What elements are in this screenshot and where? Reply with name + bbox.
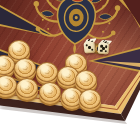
die-front-face [98, 43, 110, 55]
checker[interactable] [0, 75, 17, 95]
die-front-face [83, 41, 95, 53]
die[interactable] [98, 43, 110, 55]
board-photo [0, 0, 140, 140]
checker[interactable] [39, 82, 61, 102]
checker[interactable] [79, 89, 101, 109]
checker[interactable] [36, 62, 58, 82]
checker[interactable] [0, 55, 15, 75]
checker[interactable] [75, 70, 97, 90]
die[interactable] [83, 41, 95, 53]
pieces-layer [0, 0, 140, 140]
checker[interactable] [16, 78, 38, 98]
checker[interactable] [14, 58, 36, 78]
